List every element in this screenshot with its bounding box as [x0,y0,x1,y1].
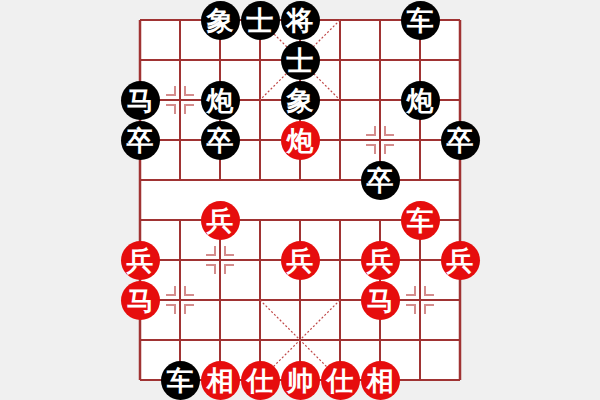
xiangqi-app: 象士将车士马炮象炮卒卒炮卒卒兵车兵兵兵兵马马车相仕帅仕相 [0,0,600,400]
piece-red-soldier[interactable]: 兵 [201,201,240,240]
piece-red-elephant[interactable]: 相 [361,361,400,400]
piece-red-horse[interactable]: 马 [121,281,160,320]
piece-red-soldier[interactable]: 兵 [121,241,160,280]
piece-black-elephant[interactable]: 象 [201,1,240,40]
pieces-layer: 象士将车士马炮象炮卒卒炮卒卒兵车兵兵兵兵马马车相仕帅仕相 [120,0,480,400]
piece-black-advisor[interactable]: 士 [281,41,320,80]
piece-red-advisor[interactable]: 仕 [321,361,360,400]
piece-red-elephant[interactable]: 相 [201,361,240,400]
piece-red-soldier[interactable]: 兵 [441,241,480,280]
piece-red-cannon[interactable]: 炮 [281,121,320,160]
piece-red-soldier[interactable]: 兵 [361,241,400,280]
piece-black-chariot[interactable]: 车 [161,361,200,400]
piece-black-soldier[interactable]: 卒 [121,121,160,160]
piece-red-chariot[interactable]: 车 [401,201,440,240]
piece-black-horse[interactable]: 马 [121,81,160,120]
piece-black-soldier[interactable]: 卒 [441,121,480,160]
piece-black-cannon[interactable]: 炮 [401,81,440,120]
piece-red-advisor[interactable]: 仕 [241,361,280,400]
piece-red-horse[interactable]: 马 [361,281,400,320]
piece-black-soldier[interactable]: 卒 [201,121,240,160]
piece-red-general[interactable]: 帅 [281,361,320,400]
piece-black-general[interactable]: 将 [281,1,320,40]
piece-black-elephant[interactable]: 象 [281,81,320,120]
piece-black-advisor[interactable]: 士 [241,1,280,40]
piece-black-chariot[interactable]: 车 [401,1,440,40]
piece-red-soldier[interactable]: 兵 [281,241,320,280]
piece-black-cannon[interactable]: 炮 [201,81,240,120]
piece-black-soldier[interactable]: 卒 [361,161,400,200]
